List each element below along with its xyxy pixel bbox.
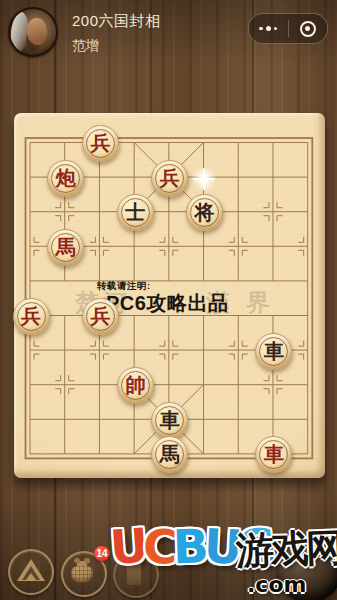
xiangqi-board[interactable]: 楚河漢界 转载请注明: PC6攻略出品 兵炮兵士将馬兵兵車帥車馬車 xyxy=(14,113,325,478)
collapse-panel-button[interactable] xyxy=(8,549,54,595)
opponent-name: 范增 xyxy=(72,37,161,55)
piece-character: 車 xyxy=(264,438,284,471)
piece-red-cannon[interactable]: 炮 xyxy=(47,160,84,197)
piece-character: 兵 xyxy=(160,162,180,195)
money-bag-icon xyxy=(71,565,93,583)
piece-black-chariot[interactable]: 車 xyxy=(255,333,292,370)
dot-icon xyxy=(274,27,278,31)
piece-red-general[interactable]: 帥 xyxy=(117,367,154,404)
piece-character: 馬 xyxy=(160,438,180,471)
header: 200六国封相 范增 xyxy=(72,12,161,55)
piece-character: 兵 xyxy=(90,127,110,160)
piece-red-soldier[interactable]: 兵 xyxy=(13,298,50,335)
rewards-bag-button[interactable]: 14 xyxy=(61,551,107,597)
piece-character: 馬 xyxy=(56,231,76,264)
piece-character: 帥 xyxy=(125,369,145,402)
piece-red-soldier[interactable]: 兵 xyxy=(151,160,188,197)
badge-count: 14 xyxy=(94,546,110,561)
piece-character: 車 xyxy=(264,335,284,368)
river-character: 界 xyxy=(246,287,270,319)
logo-letter: B xyxy=(172,518,205,574)
page-title: 200六国封相 xyxy=(72,12,161,31)
obscured-button[interactable] xyxy=(113,552,159,598)
piece-character: 将 xyxy=(195,196,215,229)
move-highlight-sparkle xyxy=(191,166,217,192)
dot-icon xyxy=(266,26,271,31)
logo-letter: G xyxy=(235,518,271,575)
piece-black-general[interactable]: 将 xyxy=(186,194,223,231)
minimize-close-button[interactable] xyxy=(289,14,328,43)
target-circle-icon xyxy=(300,21,316,37)
more-menu-button[interactable] xyxy=(249,14,288,43)
piece-red-soldier[interactable]: 兵 xyxy=(82,125,119,162)
logo-letter: U xyxy=(202,518,238,575)
avatar xyxy=(8,7,58,57)
piece-black-advisor[interactable]: 士 xyxy=(117,194,154,231)
piece-red-soldier[interactable]: 兵 xyxy=(82,298,119,335)
piece-character: 士 xyxy=(125,196,145,229)
piece-character: 兵 xyxy=(90,300,110,333)
app-screen: 200六国封相 范增 楚河漢界 转载请注明: PC6攻略出品 兵炮兵士将馬兵兵車… xyxy=(0,0,337,600)
wechat-capsule xyxy=(248,13,328,44)
piece-character: 炮 xyxy=(56,162,76,195)
dark-sphere-decor xyxy=(276,537,337,600)
watermark-line2: PC6攻略出品 xyxy=(106,290,228,317)
piece-character: 兵 xyxy=(21,300,41,333)
dot-icon xyxy=(259,27,263,31)
piece-black-chariot[interactable]: 車 xyxy=(151,402,188,439)
piece-character: 車 xyxy=(160,404,180,437)
piece-red-horse[interactable]: 馬 xyxy=(47,229,84,266)
